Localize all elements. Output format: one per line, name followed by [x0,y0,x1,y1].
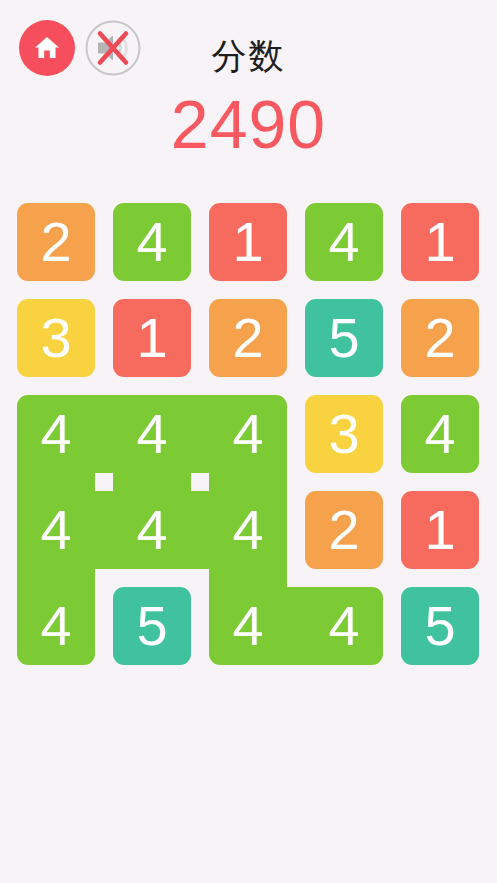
tile-value: 2 [40,214,71,270]
tile-value: 4 [40,406,71,462]
tile-value: 2 [328,502,359,558]
tile-r5c4[interactable]: 4 [305,587,383,665]
tile-r1c3[interactable]: 1 [209,203,287,281]
tile-r4c3[interactable]: 4 [209,491,287,569]
page-title: 分数 [0,34,497,78]
tile-value: 5 [424,598,455,654]
tile-r3c5[interactable]: 4 [401,395,479,473]
tile-value: 4 [40,502,71,558]
score-value: 2490 [0,88,497,160]
tile-r4c2[interactable]: 4 [113,491,191,569]
tile-r1c2[interactable]: 4 [113,203,191,281]
tile-value: 5 [328,310,359,366]
tile-value: 4 [232,598,263,654]
tile-value: 1 [136,310,167,366]
tile-value: 4 [136,406,167,462]
tile-value: 4 [232,502,263,558]
tile-value: 4 [424,406,455,462]
tile-value: 2 [424,310,455,366]
tile-r5c3[interactable]: 4 [209,587,287,665]
tile-r3c1[interactable]: 4 [17,395,95,473]
tile-r2c5[interactable]: 2 [401,299,479,377]
tile-r3c4[interactable]: 3 [305,395,383,473]
tile-r3c2[interactable]: 4 [113,395,191,473]
tile-r1c4[interactable]: 4 [305,203,383,281]
tile-value: 2 [232,310,263,366]
tile-r5c1[interactable]: 4 [17,587,95,665]
tile-value: 4 [328,598,359,654]
tile-value: 4 [136,502,167,558]
tile-r4c1[interactable]: 4 [17,491,95,569]
tile-r4c5[interactable]: 1 [401,491,479,569]
tile-value: 5 [136,598,167,654]
tile-value: 3 [40,310,71,366]
tile-r5c2[interactable]: 5 [113,587,191,665]
tile-r1c5[interactable]: 1 [401,203,479,281]
tile-r2c2[interactable]: 1 [113,299,191,377]
tile-value: 1 [424,214,455,270]
tile-value: 1 [424,502,455,558]
tile-r1c1[interactable]: 2 [17,203,95,281]
tile-value: 4 [40,598,71,654]
tile-r2c3[interactable]: 2 [209,299,287,377]
tile-value: 4 [232,406,263,462]
tile-r2c4[interactable]: 5 [305,299,383,377]
tile-r3c3[interactable]: 4 [209,395,287,473]
tile-value: 1 [232,214,263,270]
tile-value: 3 [328,406,359,462]
tile-value: 4 [136,214,167,270]
tile-r2c1[interactable]: 3 [17,299,95,377]
tile-r5c5[interactable]: 5 [401,587,479,665]
tile-value: 4 [328,214,359,270]
tile-r4c4[interactable]: 2 [305,491,383,569]
game-board: 2414131252444344442145445 [17,203,479,665]
